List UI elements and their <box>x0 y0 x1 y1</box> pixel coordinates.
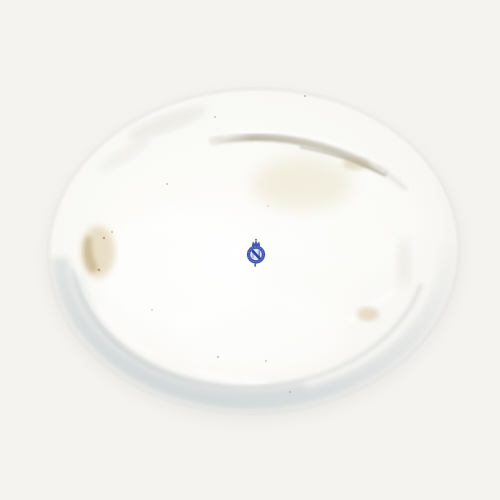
photo-canvas <box>0 0 500 500</box>
platter-photo <box>0 0 500 500</box>
stain-left <box>81 226 115 278</box>
